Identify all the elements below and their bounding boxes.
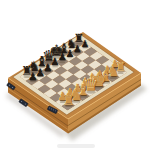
watermark xyxy=(57,144,95,148)
chess-set-photo: ♜♟♞♟♝♟♚♟♛♟♝♟♟♞♜♟♟♜♞♟♟♝♟♚♟♛♟♝♟♞♟♜ xyxy=(0,0,150,150)
piece-white-rook-a1[interactable]: ♜ xyxy=(62,94,74,108)
piece-black-pawn-a7[interactable]: ♟ xyxy=(28,71,38,82)
